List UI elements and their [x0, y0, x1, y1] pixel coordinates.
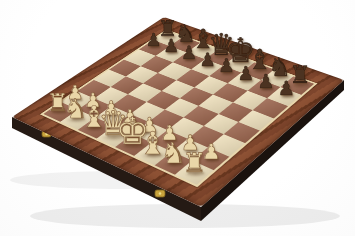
brass-latch: [155, 190, 165, 197]
product-photo: ♜♞♟♝♟♛♟♚♟♝♟♞♟♟♜♟♟♜♟♟♞♟♝♟♛♟♚♟♝♟♞♜: [0, 0, 355, 236]
